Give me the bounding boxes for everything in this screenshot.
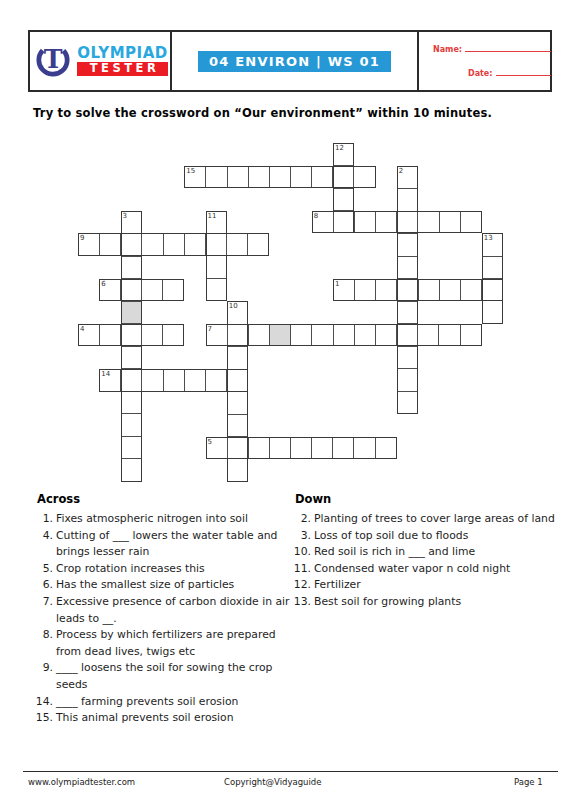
grid-cell[interactable] — [99, 234, 120, 255]
grid-number-2: 2 — [399, 168, 403, 175]
title-section: 04 ENVIRON | WS 01 — [172, 32, 419, 90]
grid-cell[interactable] — [439, 212, 460, 233]
grid-cell[interactable] — [141, 370, 162, 391]
entry-14-across — [99, 369, 248, 392]
grid-cell[interactable] — [417, 212, 438, 233]
footer-website: www.olympiadtester.com — [28, 777, 135, 787]
entry-6-across — [99, 279, 184, 302]
grid-cell[interactable] — [375, 280, 396, 301]
worksheet-title-badge: 04 ENVIRON | WS 01 — [198, 51, 391, 72]
grid-cell[interactable] — [398, 233, 417, 256]
grid-cell[interactable] — [398, 256, 417, 279]
grid-cell[interactable] — [228, 391, 247, 413]
entry-8-across — [312, 211, 482, 234]
grid-cell[interactable] — [248, 325, 269, 346]
grid-cell[interactable] — [227, 325, 248, 346]
down-heading: Down — [295, 492, 560, 506]
grid-number-10: 10 — [229, 303, 238, 310]
clue-across-8: 8.Process by which fertilizers are prepa… — [34, 627, 290, 660]
grid-cell[interactable] — [184, 234, 205, 255]
grid-cell[interactable] — [207, 278, 226, 300]
clue-number-label: 5. — [34, 561, 53, 578]
clue-across-6: 6.Has the smallest size of particles — [34, 577, 290, 594]
grid-cell[interactable] — [122, 391, 141, 414]
clue-number-label: 7. — [34, 594, 53, 611]
grid-cell[interactable] — [398, 301, 417, 324]
clue-down-13: 13.Best soil for growing plants — [292, 594, 560, 611]
grid-cell[interactable] — [162, 325, 183, 346]
grid-cell[interactable] — [141, 234, 162, 255]
grid-cell[interactable] — [311, 325, 332, 346]
grid-cell[interactable] — [483, 300, 502, 322]
logo-text-tester: TESTER — [77, 62, 167, 77]
grid-cell[interactable] — [396, 280, 417, 301]
grid-cell[interactable] — [205, 234, 226, 255]
grid-number-11: 11 — [208, 213, 217, 220]
grid-cell[interactable] — [418, 280, 439, 301]
grid-cell[interactable] — [460, 212, 481, 233]
grid-cell[interactable] — [481, 280, 502, 301]
grid-cell[interactable] — [141, 325, 162, 346]
across-heading: Across — [37, 492, 290, 506]
grid-number-6: 6 — [101, 281, 105, 288]
grid-number-9: 9 — [80, 235, 84, 242]
grid-cell[interactable] — [248, 438, 269, 459]
grid-cell[interactable] — [226, 370, 247, 391]
grid-cell[interactable] — [207, 255, 226, 277]
grid-cell[interactable] — [227, 438, 248, 459]
grid-number-4: 4 — [80, 326, 84, 333]
footer-divider — [23, 771, 558, 772]
grid-cell[interactable] — [141, 280, 162, 301]
header-box: T OLYMPIAD TESTER 04 ENVIRON | WS 01 Nam… — [28, 30, 552, 92]
clue-number-label: 2. — [292, 511, 311, 528]
grid-cell[interactable] — [460, 280, 481, 301]
grid-cell[interactable] — [248, 167, 269, 188]
grid-cell[interactable] — [290, 438, 311, 459]
grid-cell[interactable] — [120, 280, 141, 301]
entry-5-across — [206, 437, 397, 460]
grid-cell[interactable] — [332, 438, 353, 459]
down-clues-section: Down 2.Planting of trees to cover large … — [292, 492, 560, 611]
grid-cell[interactable] — [333, 325, 354, 346]
grid-cell[interactable] — [354, 325, 375, 346]
name-date-section: Name: Date: — [419, 32, 550, 90]
clue-down-3: 3.Loss of top soil due to floods — [292, 528, 560, 545]
grid-cell[interactable] — [163, 370, 184, 391]
entry-4-across — [78, 324, 184, 347]
grid-cell[interactable] — [396, 212, 417, 233]
grid-cell[interactable] — [120, 325, 141, 346]
grid-cell[interactable] — [290, 325, 311, 346]
grid-cell[interactable] — [99, 325, 120, 346]
grid-cell[interactable] — [122, 436, 141, 459]
entry-9-across — [78, 233, 269, 256]
clue-down-12: 12.Fertilizer — [292, 577, 560, 594]
svg-text:T: T — [44, 44, 63, 74]
grid-cell[interactable] — [269, 325, 290, 346]
grid-number-5: 5 — [208, 439, 212, 446]
grid-number-8: 8 — [314, 213, 318, 220]
clue-number-label: 3. — [292, 528, 311, 545]
grid-cell[interactable] — [438, 325, 459, 346]
grid-cell[interactable] — [247, 234, 268, 255]
grid-cell[interactable] — [120, 234, 141, 255]
grid-number-7: 7 — [208, 326, 212, 333]
grid-cell[interactable] — [398, 368, 417, 391]
name-field-line[interactable] — [465, 44, 551, 52]
grid-cell[interactable] — [396, 325, 417, 346]
grid-cell[interactable] — [122, 256, 141, 279]
grid-cell[interactable] — [354, 280, 375, 301]
grid-cell[interactable] — [227, 167, 248, 188]
olympiad-tester-logo-icon: T — [32, 38, 74, 84]
down-clue-list: 2.Planting of trees to cover large areas… — [292, 511, 560, 611]
clue-number-label: 6. — [34, 577, 53, 594]
grid-cell[interactable] — [162, 280, 183, 301]
entry-7-across — [206, 324, 482, 347]
footer-copyright: Copyright@Vidyaguide — [224, 777, 321, 787]
entry-1-across — [333, 279, 503, 302]
grid-number-13: 13 — [484, 235, 493, 242]
clue-number-label: 4. — [34, 528, 53, 545]
grid-cell[interactable] — [398, 391, 417, 414]
clue-number-label: 13. — [292, 594, 311, 611]
grid-number-3: 3 — [123, 213, 127, 220]
logo: T OLYMPIAD TESTER — [30, 32, 172, 90]
grid-cell[interactable] — [354, 212, 375, 233]
grid-cell[interactable] — [228, 346, 247, 368]
grid-cell[interactable] — [333, 212, 354, 233]
grid-cell[interactable] — [122, 301, 141, 324]
grid-number-15: 15 — [186, 168, 195, 175]
grid-cell[interactable] — [398, 188, 417, 211]
grid-number-12: 12 — [335, 145, 344, 152]
footer-page-number: Page 1 — [514, 777, 543, 787]
across-clue-list: 1.Fixes atmospheric nitrogen into soil4.… — [34, 511, 290, 727]
entry-11-down — [206, 211, 227, 301]
grid-number-14: 14 — [101, 371, 110, 378]
grid-cell[interactable] — [417, 325, 438, 346]
grid-cell[interactable] — [332, 167, 353, 188]
clue-across-9: 9.____ loosens the soil for sowing the c… — [34, 660, 290, 693]
logo-text-olympiad: OLYMPIAD — [77, 46, 167, 61]
name-row: Name: — [433, 44, 551, 54]
grid-cell[interactable] — [205, 370, 226, 391]
grid-cell[interactable] — [375, 438, 396, 459]
entry-15-across — [184, 166, 375, 189]
grid-cell[interactable] — [120, 370, 141, 391]
clue-number-label: 15. — [34, 710, 53, 727]
clue-number-label: 8. — [34, 627, 53, 644]
grid-cell[interactable] — [228, 414, 247, 436]
clue-across-15: 15.This animal prevents soil erosion — [34, 710, 290, 727]
grid-cell[interactable] — [122, 458, 141, 481]
clue-across-7: 7.Excessive presence of carbon dioxide i… — [34, 594, 290, 627]
clue-number-label: 14. — [34, 694, 53, 711]
clue-across-4: 4.Cutting of ___ lowers the water table … — [34, 528, 290, 561]
clue-number-label: 9. — [34, 660, 53, 677]
grid-number-1: 1 — [335, 281, 339, 288]
grid-cell[interactable] — [353, 438, 374, 459]
grid-cell[interactable] — [228, 458, 247, 480]
clue-number-label: 10. — [292, 544, 311, 561]
date-field-line[interactable] — [496, 68, 551, 76]
grid-cell[interactable] — [163, 234, 184, 255]
grid-cell[interactable] — [439, 280, 460, 301]
grid-cell[interactable] — [184, 370, 205, 391]
name-label: Name: — [433, 45, 462, 54]
clue-down-2: 2.Planting of trees to cover large areas… — [292, 511, 560, 528]
grid-cell[interactable] — [269, 167, 290, 188]
grid-cell[interactable] — [311, 167, 332, 188]
crossword-grid: 121523118913611047145 — [78, 143, 503, 482]
clue-across-14: 14.____ farming prevents soil erosion — [34, 694, 290, 711]
clue-across-1: 1.Fixes atmospheric nitrogen into soil — [34, 511, 290, 528]
grid-cell[interactable] — [375, 325, 396, 346]
clue-down-10: 10.Red soil is rich in ___ and lime — [292, 544, 560, 561]
instruction-text: Try to solve the crossword on “Our envir… — [33, 106, 492, 120]
grid-cell[interactable] — [311, 438, 332, 459]
grid-cell[interactable] — [398, 346, 417, 369]
grid-cell[interactable] — [334, 188, 353, 210]
grid-cell[interactable] — [375, 212, 396, 233]
grid-cell[interactable] — [290, 167, 311, 188]
across-clues-section: Across 1.Fixes atmospheric nitrogen into… — [34, 492, 290, 727]
clue-number-label: 11. — [292, 561, 311, 578]
grid-cell[interactable] — [205, 167, 226, 188]
date-label: Date: — [468, 69, 493, 78]
grid-cell[interactable] — [122, 413, 141, 436]
grid-cell[interactable] — [226, 234, 247, 255]
clue-down-11: 11.Condensed water vapor n cold night — [292, 561, 560, 578]
clue-number-label: 1. — [34, 511, 53, 528]
grid-cell[interactable] — [483, 256, 502, 278]
grid-cell[interactable] — [460, 325, 481, 346]
date-row: Date: — [468, 68, 551, 78]
grid-cell[interactable] — [122, 346, 141, 369]
grid-cell[interactable] — [353, 167, 374, 188]
grid-cell[interactable] — [269, 438, 290, 459]
clue-across-5: 5.Crop rotation increases this — [34, 561, 290, 578]
clue-number-label: 12. — [292, 577, 311, 594]
